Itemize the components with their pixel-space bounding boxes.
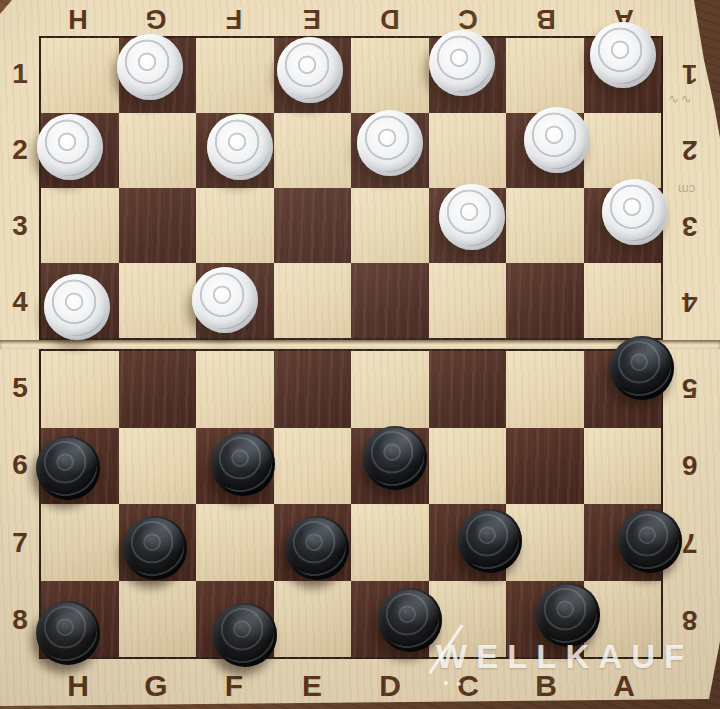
white-man-d2[interactable]: ⛀: [357, 110, 423, 176]
square-g4[interactable]: [119, 263, 197, 338]
file-labels-top: HGFEDCBA: [39, 1, 663, 35]
rank-label-right-3: 3: [682, 210, 698, 242]
rank-label-left-7: 7: [12, 527, 28, 559]
black-man-g7[interactable]: ⛂: [123, 516, 187, 580]
file-label-top-e: E: [273, 1, 351, 35]
square-e8[interactable]: [274, 581, 352, 658]
rank-label-left-8: 8: [12, 604, 28, 636]
rank-label-right-4: 4: [682, 286, 698, 318]
square-f5[interactable]: [196, 351, 274, 428]
square-b6[interactable]: [506, 428, 584, 505]
square-h1[interactable]: [41, 38, 119, 113]
rank-label-left-4: 4: [12, 286, 28, 318]
watermark-text: ELLKAUF: [476, 638, 693, 675]
file-label-bottom-g: G: [117, 665, 195, 709]
rank-label-right-6: 6: [682, 449, 698, 481]
square-d5[interactable]: [351, 351, 429, 428]
rank-label-left-2: 2: [12, 134, 28, 166]
file-label-bottom-e: E: [273, 665, 351, 709]
square-b4[interactable]: [506, 263, 584, 338]
rank-labels-left-1-4: 1234: [0, 36, 40, 340]
square-a6[interactable]: [584, 428, 662, 505]
square-e6[interactable]: [274, 428, 352, 505]
square-f1[interactable]: [196, 38, 274, 113]
black-man-c7[interactable]: ⛂: [458, 509, 522, 573]
square-a2[interactable]: [584, 113, 662, 188]
square-h7[interactable]: [41, 504, 119, 581]
black-man-d8[interactable]: ⛂: [378, 588, 442, 652]
white-man-a3[interactable]: ⛀: [602, 179, 668, 245]
square-d1[interactable]: [351, 38, 429, 113]
black-man-h6[interactable]: ⛂: [36, 436, 100, 500]
file-label-top-d: D: [351, 1, 429, 35]
square-g6[interactable]: [119, 428, 197, 505]
square-b3[interactable]: [506, 188, 584, 263]
square-h5[interactable]: [41, 351, 119, 428]
white-man-c1[interactable]: ⛀: [429, 30, 495, 96]
white-man-h2[interactable]: ⛀: [37, 114, 103, 180]
white-man-b2[interactable]: ⛀: [524, 107, 590, 173]
square-g8[interactable]: [119, 581, 197, 658]
rank-label-left-6: 6: [12, 449, 28, 481]
white-man-g1[interactable]: ⛀: [117, 34, 183, 100]
rank-labels-right-5-8: 5678: [666, 349, 714, 659]
square-g5[interactable]: [119, 351, 197, 428]
square-e4[interactable]: [274, 263, 352, 338]
square-c6[interactable]: [429, 428, 507, 505]
square-e5[interactable]: [274, 351, 352, 428]
black-man-a7[interactable]: ⛂: [618, 509, 682, 573]
rank-labels-left-5-8: 5678: [0, 349, 40, 659]
white-man-f2[interactable]: ⛀: [207, 114, 273, 180]
pencil-scribble: ∿∿: [666, 92, 692, 107]
file-label-top-f: F: [195, 1, 273, 35]
pencil-scribble-cm: cm: [678, 182, 695, 197]
square-c4[interactable]: [429, 263, 507, 338]
square-a4[interactable]: [584, 263, 662, 338]
white-man-a1[interactable]: ⛀: [590, 22, 656, 88]
file-label-bottom-f: F: [195, 665, 273, 709]
square-b1[interactable]: [506, 38, 584, 113]
rank-label-right-2: 2: [682, 134, 698, 166]
rank-label-right-1: 1: [682, 58, 698, 90]
rank-label-left-3: 3: [12, 210, 28, 242]
square-d4[interactable]: [351, 263, 429, 338]
square-d7[interactable]: [351, 504, 429, 581]
rank-label-left-1: 1: [12, 58, 28, 90]
rank-label-right-7: 7: [682, 527, 698, 559]
white-man-h4[interactable]: ⛀: [44, 274, 110, 340]
file-label-top-b: B: [507, 1, 585, 35]
square-g3[interactable]: [119, 188, 197, 263]
square-c5[interactable]: [429, 351, 507, 428]
black-man-d6[interactable]: ⛂: [363, 426, 427, 490]
square-d3[interactable]: [351, 188, 429, 263]
black-man-a5[interactable]: ⛂: [610, 336, 674, 400]
file-label-bottom-h: H: [39, 665, 117, 709]
rank-label-right-8: 8: [682, 604, 698, 636]
black-man-e7[interactable]: ⛂: [285, 516, 349, 580]
square-f7[interactable]: [196, 504, 274, 581]
rank-label-right-5: 5: [682, 372, 698, 404]
square-f3[interactable]: [196, 188, 274, 263]
watermark-logo-w: W: [436, 638, 476, 676]
square-b5[interactable]: [506, 351, 584, 428]
white-man-c3[interactable]: ⛀: [439, 184, 505, 250]
board-photo-stage: HGFEDCBA 1234 1234 ∿∿ cm 5678 5678 HGFED…: [0, 0, 720, 709]
rank-label-left-5: 5: [12, 372, 28, 404]
black-man-h8[interactable]: ⛂: [36, 601, 100, 665]
white-man-e1[interactable]: ⛀: [277, 37, 343, 103]
watermark: WELLKAUF: [436, 638, 693, 676]
square-g2[interactable]: [119, 113, 197, 188]
square-e2[interactable]: [274, 113, 352, 188]
file-label-top-g: G: [117, 1, 195, 35]
board-fold-seam: [0, 340, 720, 349]
square-c2[interactable]: [429, 113, 507, 188]
square-e3[interactable]: [274, 188, 352, 263]
square-h3[interactable]: [41, 188, 119, 263]
file-label-top-h: H: [39, 1, 117, 35]
white-man-f4[interactable]: ⛀: [192, 267, 258, 333]
black-man-f6[interactable]: ⛂: [211, 432, 275, 496]
black-man-f8[interactable]: ⛂: [213, 603, 277, 667]
